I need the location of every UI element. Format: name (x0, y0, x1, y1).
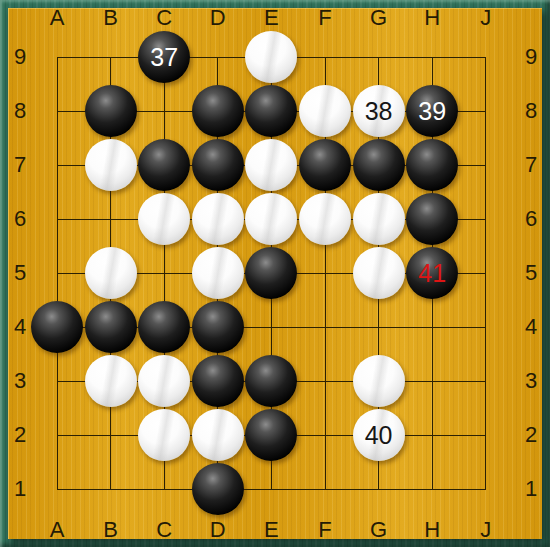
coord-bottom-B: B (103, 519, 118, 541)
point-A6[interactable] (31, 193, 84, 246)
point-B2[interactable] (84, 409, 137, 462)
coord-left-6: 6 (14, 208, 26, 230)
stone-black-E8[interactable] (245, 85, 297, 137)
coord-left-4: 4 (14, 316, 26, 338)
coord-top-G: G (370, 7, 387, 29)
point-J8[interactable] (459, 85, 512, 138)
stone-white-B7[interactable] (85, 139, 137, 191)
stone-black-D3[interactable] (192, 355, 244, 407)
stone-white-D6[interactable] (192, 193, 244, 245)
coord-left-7: 7 (14, 154, 26, 176)
stone-white-G3[interactable] (353, 355, 405, 407)
stone-white-F6[interactable] (299, 193, 351, 245)
point-E4[interactable] (245, 301, 298, 354)
stone-black-D7[interactable] (192, 139, 244, 191)
point-G9[interactable] (352, 31, 405, 84)
stone-white-G2[interactable]: 40 (353, 409, 405, 461)
coord-bottom-H: H (424, 519, 440, 541)
point-F3[interactable] (299, 355, 352, 408)
point-H1[interactable] (406, 463, 459, 516)
stone-black-E3[interactable] (245, 355, 297, 407)
point-G4[interactable] (352, 301, 405, 354)
stone-white-B3[interactable] (85, 355, 137, 407)
coord-left-2: 2 (14, 424, 26, 446)
coord-bottom-G: G (370, 519, 387, 541)
stone-white-B5[interactable] (85, 247, 137, 299)
stone-white-E6[interactable] (245, 193, 297, 245)
coord-right-9: 9 (525, 46, 537, 68)
point-A5[interactable] (31, 247, 84, 300)
stone-black-H8[interactable]: 39 (406, 85, 458, 137)
point-A2[interactable] (31, 409, 84, 462)
stone-black-B4[interactable] (85, 301, 137, 353)
stone-black-G7[interactable] (353, 139, 405, 191)
coord-top-A: A (50, 7, 65, 29)
point-D9[interactable] (191, 31, 244, 84)
point-B1[interactable] (84, 463, 137, 516)
stone-white-E9[interactable] (245, 31, 297, 83)
stone-black-H5[interactable]: 41 (406, 247, 458, 299)
go-board-screenshot: AABBCCDDEEFFGGHHJJ9988776655443322113738… (0, 0, 550, 547)
coord-right-8: 8 (525, 100, 537, 122)
point-J1[interactable] (459, 463, 512, 516)
point-C8[interactable] (138, 85, 191, 138)
stone-black-C9[interactable]: 37 (138, 31, 190, 83)
coord-top-J: J (480, 7, 491, 29)
coord-left-9: 9 (14, 46, 26, 68)
coord-right-3: 3 (525, 370, 537, 392)
point-B6[interactable] (84, 193, 137, 246)
point-F1[interactable] (299, 463, 352, 516)
coord-left-8: 8 (14, 100, 26, 122)
move-number-label: 40 (365, 423, 393, 448)
coord-right-1: 1 (525, 478, 537, 500)
coord-bottom-C: C (156, 519, 172, 541)
point-J5[interactable] (459, 247, 512, 300)
point-C1[interactable] (138, 463, 191, 516)
coord-left-5: 5 (14, 262, 26, 284)
move-number-label: 41 (418, 261, 446, 286)
point-F4[interactable] (299, 301, 352, 354)
coord-right-2: 2 (525, 424, 537, 446)
coord-top-H: H (424, 7, 440, 29)
point-J6[interactable] (459, 193, 512, 246)
point-J2[interactable] (459, 409, 512, 462)
stone-black-C4[interactable] (138, 301, 190, 353)
point-F9[interactable] (299, 31, 352, 84)
move-number-label: 38 (365, 99, 393, 124)
coord-left-1: 1 (14, 478, 26, 500)
coord-top-B: B (103, 7, 118, 29)
coord-bottom-J: J (480, 519, 491, 541)
coord-top-F: F (318, 7, 331, 29)
point-H4[interactable] (406, 301, 459, 354)
point-G1[interactable] (352, 463, 405, 516)
point-A8[interactable] (31, 85, 84, 138)
stone-white-C6[interactable] (138, 193, 190, 245)
stone-black-H7[interactable] (406, 139, 458, 191)
move-number-label: 37 (150, 45, 178, 70)
coord-top-D: D (210, 7, 226, 29)
stone-white-G8[interactable]: 38 (353, 85, 405, 137)
stone-black-H6[interactable] (406, 193, 458, 245)
coord-bottom-D: D (210, 519, 226, 541)
stone-white-E7[interactable] (245, 139, 297, 191)
point-J4[interactable] (459, 301, 512, 354)
point-F5[interactable] (299, 247, 352, 300)
stone-white-G5[interactable] (353, 247, 405, 299)
stone-white-D2[interactable] (192, 409, 244, 461)
point-A7[interactable] (31, 139, 84, 192)
stone-black-E2[interactable] (245, 409, 297, 461)
point-A9[interactable] (31, 31, 84, 84)
point-A1[interactable] (31, 463, 84, 516)
coord-right-6: 6 (525, 208, 537, 230)
stone-black-C7[interactable] (138, 139, 190, 191)
coord-bottom-E: E (264, 519, 279, 541)
point-H9[interactable] (406, 31, 459, 84)
coord-top-E: E (264, 7, 279, 29)
stone-white-C2[interactable] (138, 409, 190, 461)
stone-black-D8[interactable] (192, 85, 244, 137)
point-F2[interactable] (299, 409, 352, 462)
stone-white-C3[interactable] (138, 355, 190, 407)
move-number-label: 39 (418, 99, 446, 124)
stone-black-F7[interactable] (299, 139, 351, 191)
stone-black-E5[interactable] (245, 247, 297, 299)
stone-white-D5[interactable] (192, 247, 244, 299)
stone-white-F8[interactable] (299, 85, 351, 137)
coord-right-5: 5 (525, 262, 537, 284)
point-J7[interactable] (459, 139, 512, 192)
stone-black-B8[interactable] (85, 85, 137, 137)
point-E1[interactable] (245, 463, 298, 516)
point-H3[interactable] (406, 355, 459, 408)
coord-right-7: 7 (525, 154, 537, 176)
coord-bottom-A: A (50, 519, 65, 541)
point-A3[interactable] (31, 355, 84, 408)
stone-black-D4[interactable] (192, 301, 244, 353)
point-J9[interactable] (459, 31, 512, 84)
stone-white-G6[interactable] (353, 193, 405, 245)
point-C5[interactable] (138, 247, 191, 300)
coord-left-3: 3 (14, 370, 26, 392)
point-B9[interactable] (84, 31, 137, 84)
stone-black-A4[interactable] (31, 301, 83, 353)
coord-right-4: 4 (525, 316, 537, 338)
coord-bottom-F: F (318, 519, 331, 541)
point-J3[interactable] (459, 355, 512, 408)
point-H2[interactable] (406, 409, 459, 462)
stone-black-D1[interactable] (192, 463, 244, 515)
coord-top-C: C (156, 7, 172, 29)
